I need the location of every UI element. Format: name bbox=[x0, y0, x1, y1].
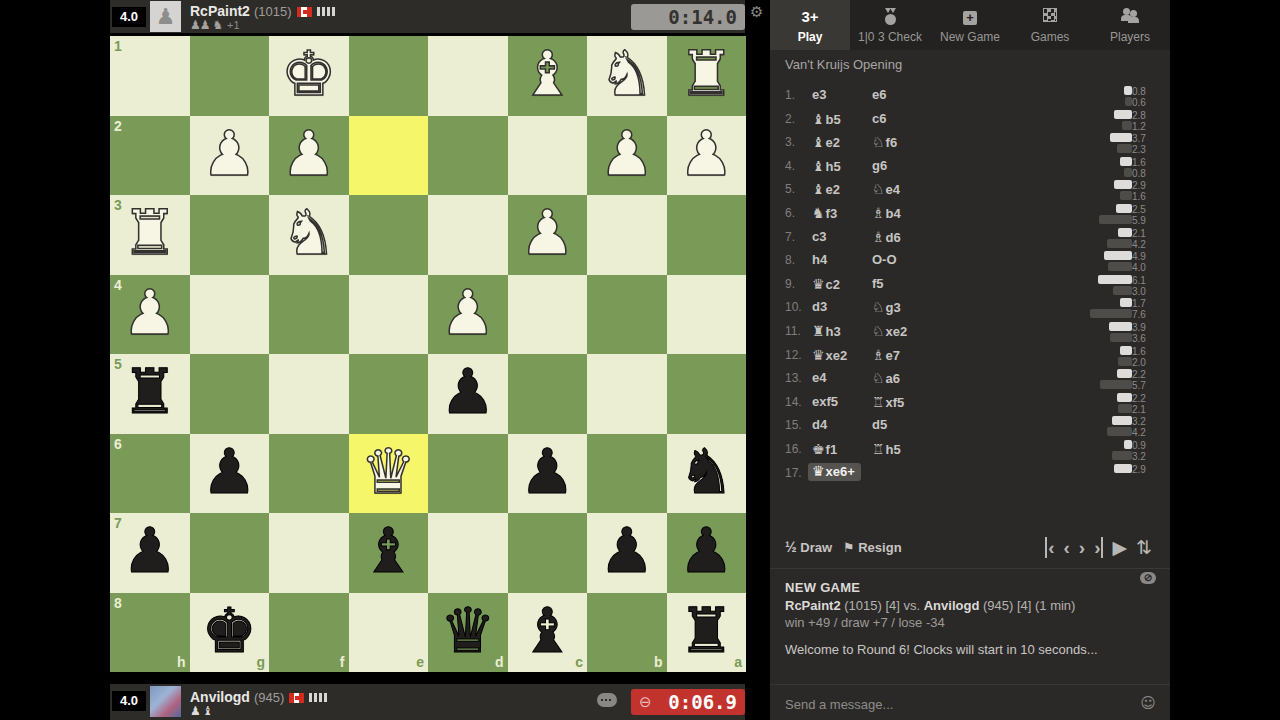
move-time-bar bbox=[1108, 262, 1132, 271]
square-e7[interactable]: ♝ bbox=[349, 513, 429, 593]
white-pawn-b2[interactable]: ♟ bbox=[587, 116, 667, 196]
square-f4[interactable] bbox=[269, 275, 349, 355]
black-move-16[interactable]: ♖h5 bbox=[872, 441, 901, 457]
square-h1[interactable]: 1 bbox=[110, 36, 190, 116]
move-row-13: 13.e4♘a62.25.7 bbox=[770, 367, 1170, 391]
move-time-bar bbox=[1104, 251, 1133, 260]
black-move-10[interactable]: ♘g3 bbox=[872, 299, 901, 315]
move-time-bar bbox=[1120, 346, 1132, 355]
white-move-3[interactable]: ♝e2 bbox=[812, 134, 840, 150]
top-player-avatar[interactable]: ♟ bbox=[150, 1, 181, 32]
black-move-1[interactable]: e6 bbox=[872, 87, 886, 102]
move-time-label: 0.9 bbox=[1132, 440, 1158, 451]
square-d1[interactable] bbox=[428, 36, 508, 116]
square-e8[interactable]: e bbox=[349, 593, 429, 673]
move-number: 16. bbox=[785, 442, 809, 456]
square-d3[interactable] bbox=[428, 195, 508, 275]
canada-flag-icon bbox=[289, 693, 304, 703]
square-g3[interactable] bbox=[190, 195, 270, 275]
move-time-label: 1.6 bbox=[1132, 191, 1158, 202]
move-time-bar bbox=[1100, 380, 1133, 389]
move-row-14: 14.exf5♖xf52.22.1 bbox=[770, 391, 1170, 415]
move-row-5: 5.♝e2♘e42.91.6 bbox=[770, 178, 1170, 202]
top-player-name[interactable]: RcPaint2 bbox=[190, 3, 250, 19]
checkerboard-icon bbox=[1010, 8, 1090, 28]
gear-icon[interactable]: ⚙ bbox=[750, 3, 763, 21]
square-f8[interactable]: f bbox=[269, 593, 349, 673]
move-time-label: 2.9 bbox=[1132, 180, 1158, 191]
move-row-12: 12.♛xe2♗e71.62.0 bbox=[770, 344, 1170, 368]
white-pawn-f2[interactable]: ♟ bbox=[269, 116, 349, 196]
square-a1[interactable]: ♜ bbox=[667, 36, 747, 116]
nav-cycle-icon[interactable]: ⇅ bbox=[1136, 536, 1152, 558]
black-queen-d8[interactable]: ♛ bbox=[428, 593, 508, 673]
move-time-label: 7.6 bbox=[1132, 309, 1158, 320]
white-move-9[interactable]: ♛c2 bbox=[812, 276, 840, 292]
move-number: 2. bbox=[785, 112, 809, 126]
square-g8[interactable]: g♚ bbox=[190, 593, 270, 673]
move-row-16: 16.♚f1♖h50.93.2 bbox=[770, 438, 1170, 462]
move-time-label: 4.2 bbox=[1132, 239, 1158, 250]
move-time-label: 3.2 bbox=[1132, 416, 1158, 427]
move-time-bar bbox=[1110, 333, 1132, 342]
top-player-clock: 0:14.0 bbox=[631, 4, 745, 30]
move-time-label: 2.3 bbox=[1132, 144, 1158, 155]
square-c2[interactable] bbox=[508, 116, 588, 196]
black-move-15[interactable]: d5 bbox=[872, 417, 887, 432]
move-time-bar bbox=[1113, 286, 1132, 295]
move-list: 1.e3e60.80.62.♝b5c62.81.23.♝e2♘f63.72.34… bbox=[770, 84, 1170, 485]
move-time-bar bbox=[1124, 168, 1132, 177]
move-number: 11. bbox=[785, 324, 809, 338]
square-e6[interactable]: ♛ bbox=[349, 434, 429, 514]
white-move-5[interactable]: ♝e2 bbox=[812, 181, 840, 197]
white-move-2[interactable]: ♝b5 bbox=[812, 111, 841, 127]
move-time-label: 3.2 bbox=[1132, 451, 1158, 462]
nav-last-icon[interactable]: › bbox=[1094, 537, 1103, 558]
move-time-bar bbox=[1112, 416, 1132, 425]
chat-welcome-message: Welcome to Round 6! Clocks will start in… bbox=[785, 642, 1155, 657]
move-row-9: 9.♛c2f56.13.0 bbox=[770, 273, 1170, 297]
black-move-13[interactable]: ♘a6 bbox=[872, 370, 900, 386]
bottom-player-name[interactable]: Anvilogd bbox=[190, 689, 250, 705]
square-e1[interactable] bbox=[349, 36, 429, 116]
square-g4[interactable] bbox=[190, 275, 270, 355]
file-label: e bbox=[416, 654, 424, 670]
black-knight-a6[interactable]: ♞ bbox=[667, 434, 747, 514]
square-b5[interactable] bbox=[587, 354, 667, 434]
chess-board[interactable]: 1♚♝♞♜2♟♟♟♟3♜♞♟4♟♟5♜♟6♟♛♟♞7♟♝♟♟8hg♚fed♛c♝… bbox=[110, 36, 746, 672]
move-time-label: 5.9 bbox=[1132, 215, 1158, 226]
black-move-8[interactable]: O-O bbox=[872, 252, 897, 267]
divider bbox=[770, 684, 1170, 685]
rank-label: 8 bbox=[114, 595, 122, 611]
chat-message-input[interactable]: Send a message... bbox=[785, 697, 1145, 712]
square-e4[interactable] bbox=[349, 275, 429, 355]
square-h2[interactable]: 2 bbox=[110, 116, 190, 196]
move-time-bar bbox=[1090, 309, 1132, 318]
square-b1[interactable]: ♞ bbox=[587, 36, 667, 116]
white-move-10[interactable]: d3 bbox=[812, 299, 827, 314]
move-time-label: 4.9 bbox=[1132, 251, 1158, 262]
tab-3check[interactable]: 1|0 3 Check bbox=[850, 0, 930, 50]
white-pawn-c3[interactable]: ♟ bbox=[508, 195, 588, 275]
white-queen-e6[interactable]: ♛ bbox=[349, 434, 429, 514]
square-f1[interactable]: ♚ bbox=[269, 36, 349, 116]
move-time-label: 2.0 bbox=[1132, 357, 1158, 368]
square-e2[interactable] bbox=[349, 116, 429, 196]
square-a5[interactable] bbox=[667, 354, 747, 434]
white-move-15[interactable]: d4 bbox=[812, 417, 827, 432]
square-d2[interactable] bbox=[428, 116, 508, 196]
resign-button[interactable]: ⚑ Resign bbox=[843, 540, 902, 555]
move-time-bar bbox=[1125, 97, 1132, 106]
move-time-bar bbox=[1124, 440, 1133, 449]
medal-icon bbox=[850, 8, 930, 28]
bottom-player-bar: Anvilogd(945) ♟ ♝ ⊖0:06.9 bbox=[110, 684, 745, 720]
square-g5[interactable] bbox=[190, 354, 270, 434]
move-time-label: 2.1 bbox=[1132, 404, 1158, 415]
square-b2[interactable]: ♟ bbox=[587, 116, 667, 196]
bottom-player-clock: ⊖0:06.9 bbox=[631, 689, 745, 715]
chat-bubble-icon[interactable] bbox=[597, 693, 617, 707]
white-move-4[interactable]: ♝h5 bbox=[812, 158, 841, 174]
new-game-header: NEW GAME bbox=[785, 580, 1155, 595]
low-time-icon: ⊖ bbox=[639, 689, 652, 715]
rating-odds-line: win +49 / draw +7 / lose -34 bbox=[785, 615, 1155, 630]
move-time-label: 2.8 bbox=[1132, 110, 1158, 121]
move-time-label: 0.8 bbox=[1132, 168, 1158, 179]
top-player-bar: ♟ RcPaint2(1015) ♟♟ ♞+1 0:14.0 bbox=[110, 0, 745, 33]
black-rook-h5[interactable]: ♜ bbox=[110, 354, 190, 434]
side-panel: 3+ Play 1|0 3 Check + New Game Games Pla… bbox=[770, 0, 1170, 720]
move-time-bar bbox=[1120, 191, 1132, 200]
white-move-16[interactable]: ♚f1 bbox=[812, 441, 837, 457]
move-number: 9. bbox=[785, 277, 809, 291]
square-h3[interactable]: 3♜ bbox=[110, 195, 190, 275]
white-move-1[interactable]: e3 bbox=[812, 87, 826, 102]
square-h6[interactable]: 6 bbox=[110, 434, 190, 514]
move-time-bar bbox=[1117, 393, 1132, 402]
white-knight-f3[interactable]: ♞ bbox=[269, 195, 349, 275]
white-move-6[interactable]: ♞f3 bbox=[812, 205, 837, 221]
black-pawn-h7[interactable]: ♟ bbox=[110, 513, 190, 593]
square-g7[interactable] bbox=[190, 513, 270, 593]
square-d6[interactable] bbox=[428, 434, 508, 514]
connection-signal-icon bbox=[317, 3, 337, 19]
move-number: 3. bbox=[785, 135, 809, 149]
white-bishop-c1[interactable]: ♝ bbox=[508, 36, 588, 116]
square-b3[interactable] bbox=[587, 195, 667, 275]
move-time-label: 1.6 bbox=[1132, 157, 1158, 168]
rank-label: 1 bbox=[114, 38, 122, 54]
nav-play-icon[interactable]: ▶ bbox=[1112, 536, 1127, 558]
square-d5[interactable]: ♟ bbox=[428, 354, 508, 434]
move-number: 12. bbox=[785, 348, 809, 362]
new-game-info: NEW GAME RcPaint2 (1015) [4] vs. Anvilog… bbox=[785, 580, 1155, 657]
rank-label: 6 bbox=[114, 436, 122, 452]
move-time-bar bbox=[1122, 121, 1132, 130]
move-time-label: 3.0 bbox=[1132, 286, 1158, 297]
black-move-2[interactable]: c6 bbox=[872, 111, 886, 126]
white-move-17[interactable]: ♛xe6+ bbox=[808, 463, 861, 481]
move-number: 4. bbox=[785, 159, 809, 173]
move-time-bar bbox=[1098, 275, 1133, 284]
top-captured-pieces: ♟♟ ♞+1 bbox=[190, 18, 240, 32]
white-king-f1[interactable]: ♚ bbox=[269, 36, 349, 116]
connection-signal-icon bbox=[309, 689, 329, 705]
top-player-rating: (1015) bbox=[254, 4, 292, 19]
players-icon bbox=[1090, 8, 1170, 28]
square-h7[interactable]: 7♟ bbox=[110, 513, 190, 593]
move-time-bar bbox=[1116, 204, 1133, 213]
black-pawn-a7[interactable]: ♟ bbox=[667, 513, 747, 593]
black-move-14[interactable]: ♖xf5 bbox=[872, 394, 904, 410]
square-a3[interactable] bbox=[667, 195, 747, 275]
black-move-9[interactable]: f5 bbox=[872, 276, 884, 291]
move-time-bar bbox=[1117, 144, 1133, 153]
square-c7[interactable] bbox=[508, 513, 588, 593]
opening-name: Van't Kruijs Opening bbox=[785, 57, 902, 72]
nav-first-icon[interactable]: ‹ bbox=[1045, 537, 1054, 558]
move-time-bar bbox=[1118, 357, 1132, 366]
draw-button[interactable]: ½ Draw bbox=[785, 540, 832, 555]
move-row-4: 4.♝h5g61.60.8 bbox=[770, 155, 1170, 179]
move-time-bar bbox=[1099, 215, 1133, 224]
tab-players[interactable]: Players bbox=[1090, 0, 1170, 50]
square-h4[interactable]: 4♟ bbox=[110, 275, 190, 355]
square-c8[interactable]: c♝ bbox=[508, 593, 588, 673]
move-number: 1. bbox=[785, 88, 809, 102]
square-c5[interactable] bbox=[508, 354, 588, 434]
move-time-bar bbox=[1114, 110, 1132, 119]
black-pawn-c6[interactable]: ♟ bbox=[508, 434, 588, 514]
move-time-label: 3.9 bbox=[1132, 322, 1158, 333]
move-number: 10. bbox=[785, 300, 809, 314]
tab-bar: 3+ Play 1|0 3 Check + New Game Games Pla… bbox=[770, 0, 1170, 50]
square-d4[interactable]: ♟ bbox=[428, 275, 508, 355]
move-time-bar bbox=[1109, 322, 1133, 331]
move-number: 17. bbox=[785, 466, 809, 480]
nav-prev-icon[interactable]: ‹ bbox=[1063, 537, 1069, 558]
move-time-label: 2.5 bbox=[1132, 204, 1158, 215]
move-time-bar bbox=[1117, 369, 1132, 378]
move-row-11: 11.♜h3♘xe23.93.6 bbox=[770, 320, 1170, 344]
square-h8[interactable]: 8h bbox=[110, 593, 190, 673]
canada-flag-icon bbox=[297, 7, 312, 17]
square-f5[interactable] bbox=[269, 354, 349, 434]
move-time-label: 3.7 bbox=[1132, 133, 1158, 144]
square-g2[interactable]: ♟ bbox=[190, 116, 270, 196]
plus-square-icon: + bbox=[930, 8, 1010, 28]
move-row-10: 10.d3♘g31.77.6 bbox=[770, 296, 1170, 320]
white-move-7[interactable]: c3 bbox=[812, 229, 826, 244]
black-move-6[interactable]: ♗b4 bbox=[872, 205, 901, 221]
move-time-label: 1.6 bbox=[1132, 346, 1158, 357]
square-h5[interactable]: 5♜ bbox=[110, 354, 190, 434]
move-time-bar bbox=[1118, 228, 1133, 237]
move-row-2: 2.♝b5c62.81.2 bbox=[770, 108, 1170, 132]
white-pawn-a2[interactable]: ♟ bbox=[667, 116, 747, 196]
nav-next-icon[interactable]: › bbox=[1079, 537, 1085, 558]
move-row-15: 15.d4d53.24.2 bbox=[770, 414, 1170, 438]
move-time-label: 6.1 bbox=[1132, 275, 1158, 286]
white-move-8[interactable]: h4 bbox=[812, 252, 827, 267]
square-d7[interactable] bbox=[428, 513, 508, 593]
white-pawn-d4[interactable]: ♟ bbox=[428, 275, 508, 355]
square-b8[interactable]: b bbox=[587, 593, 667, 673]
white-rook-h3[interactable]: ♜ bbox=[110, 195, 190, 275]
move-time-bar bbox=[1110, 133, 1133, 142]
square-b7[interactable]: ♟ bbox=[587, 513, 667, 593]
black-move-12[interactable]: ♗e7 bbox=[872, 347, 900, 363]
move-number: 14. bbox=[785, 395, 809, 409]
move-time-bar bbox=[1107, 239, 1132, 248]
move-row-3: 3.♝e2♘f63.72.3 bbox=[770, 131, 1170, 155]
move-row-17: 17.♛xe6+2.9 bbox=[770, 462, 1170, 486]
white-move-13[interactable]: e4 bbox=[812, 370, 826, 385]
emoji-icon[interactable]: ☺ bbox=[1140, 694, 1156, 712]
move-time-label: 2.1 bbox=[1132, 228, 1158, 239]
black-rook-a8[interactable]: ♜ bbox=[667, 593, 747, 673]
square-b4[interactable] bbox=[587, 275, 667, 355]
square-a2[interactable]: ♟ bbox=[667, 116, 747, 196]
bottom-captured-pieces: ♟ ♝ bbox=[190, 704, 212, 718]
black-move-3[interactable]: ♘f6 bbox=[872, 134, 897, 150]
matchup-line: RcPaint2 (1015) [4] vs. Anvilogd (945) [… bbox=[785, 598, 1155, 613]
black-bishop-c8[interactable]: ♝ bbox=[508, 593, 588, 673]
move-number: 6. bbox=[785, 206, 809, 220]
square-b6[interactable] bbox=[587, 434, 667, 514]
black-move-5[interactable]: ♘e4 bbox=[872, 181, 900, 197]
move-time-bar bbox=[1124, 86, 1132, 95]
move-time-bar bbox=[1120, 298, 1133, 307]
square-e5[interactable] bbox=[349, 354, 429, 434]
game-controls: ½ Draw ⚑ Resign ‹‹››▶⇅ bbox=[770, 536, 1170, 562]
black-move-7[interactable]: ♗d6 bbox=[872, 229, 901, 245]
black-pawn-b7[interactable]: ♟ bbox=[587, 513, 667, 593]
rank-label: 2 bbox=[114, 118, 122, 134]
top-score-badge: 4.0 bbox=[112, 7, 146, 27]
file-label: b bbox=[654, 654, 663, 670]
white-rook-a1[interactable]: ♜ bbox=[667, 36, 747, 116]
square-g1[interactable] bbox=[190, 36, 270, 116]
square-a4[interactable] bbox=[667, 275, 747, 355]
move-number: 13. bbox=[785, 371, 809, 385]
bottom-player-rating: (945) bbox=[254, 690, 284, 705]
white-move-11[interactable]: ♜h3 bbox=[812, 323, 841, 339]
square-c1[interactable]: ♝ bbox=[508, 36, 588, 116]
move-time-bar bbox=[1112, 451, 1132, 460]
move-time-label: 1.2 bbox=[1132, 121, 1158, 132]
black-pawn-d5[interactable]: ♟ bbox=[428, 354, 508, 434]
white-move-12[interactable]: ♛xe2 bbox=[812, 347, 847, 363]
move-time-label: 0.8 bbox=[1132, 86, 1158, 97]
move-time-label: 2.2 bbox=[1132, 393, 1158, 404]
move-time-label: 4.0 bbox=[1132, 262, 1158, 273]
square-c3[interactable]: ♟ bbox=[508, 195, 588, 275]
square-c4[interactable] bbox=[508, 275, 588, 355]
white-knight-b1[interactable]: ♞ bbox=[587, 36, 667, 116]
white-pawn-h4[interactable]: ♟ bbox=[110, 275, 190, 355]
move-time-label: 1.7 bbox=[1132, 298, 1158, 309]
white-move-14[interactable]: exf5 bbox=[812, 394, 838, 409]
tab-new-game[interactable]: + New Game bbox=[930, 0, 1010, 50]
square-a7[interactable]: ♟ bbox=[667, 513, 747, 593]
square-g6[interactable]: ♟ bbox=[190, 434, 270, 514]
move-time-label: 0.6 bbox=[1132, 97, 1158, 108]
white-pawn-g2[interactable]: ♟ bbox=[190, 116, 270, 196]
file-label: h bbox=[177, 654, 186, 670]
move-time-bar bbox=[1114, 464, 1133, 473]
file-label: f bbox=[340, 654, 345, 670]
three-plus-icon: 3+ bbox=[770, 8, 850, 28]
square-f6[interactable] bbox=[269, 434, 349, 514]
move-time-bar bbox=[1120, 157, 1132, 166]
move-time-label: 5.7 bbox=[1132, 380, 1158, 391]
black-move-4[interactable]: g6 bbox=[872, 158, 887, 173]
black-pawn-g6[interactable]: ♟ bbox=[190, 434, 270, 514]
move-time-bar bbox=[1114, 180, 1133, 189]
tab-games[interactable]: Games bbox=[1010, 0, 1090, 50]
black-move-11[interactable]: ♘xe2 bbox=[872, 323, 907, 339]
square-d8[interactable]: d♛ bbox=[428, 593, 508, 673]
move-row-8: 8.h4O-O4.94.0 bbox=[770, 249, 1170, 273]
square-c6[interactable]: ♟ bbox=[508, 434, 588, 514]
move-number: 5. bbox=[785, 182, 809, 196]
move-row-6: 6.♞f3♗b42.55.9 bbox=[770, 202, 1170, 226]
move-time-label: 2.9 bbox=[1132, 464, 1158, 475]
move-row-7: 7.c3♗d62.14.2 bbox=[770, 226, 1170, 250]
chat-mute-icon[interactable]: ⊘ bbox=[1140, 572, 1156, 584]
bottom-score-badge: 4.0 bbox=[112, 691, 146, 711]
move-number: 7. bbox=[785, 230, 809, 244]
bottom-player-avatar[interactable] bbox=[150, 686, 181, 717]
move-time-label: 4.2 bbox=[1132, 427, 1158, 438]
move-row-1: 1.e3e60.80.6 bbox=[770, 84, 1170, 108]
divider bbox=[770, 568, 1170, 569]
square-f3[interactable]: ♞ bbox=[269, 195, 349, 275]
square-e3[interactable] bbox=[349, 195, 429, 275]
move-number: 15. bbox=[785, 418, 809, 432]
move-time-label: 2.2 bbox=[1132, 369, 1158, 380]
black-king-g8[interactable]: ♚ bbox=[190, 593, 270, 673]
move-time-bar bbox=[1107, 427, 1132, 436]
square-a6[interactable]: ♞ bbox=[667, 434, 747, 514]
tab-play[interactable]: 3+ Play bbox=[770, 0, 850, 50]
move-number: 8. bbox=[785, 253, 809, 267]
move-time-bar bbox=[1118, 404, 1133, 413]
square-f7[interactable] bbox=[269, 513, 349, 593]
move-time-label: 3.6 bbox=[1132, 333, 1158, 344]
square-f2[interactable]: ♟ bbox=[269, 116, 349, 196]
square-a8[interactable]: a♜ bbox=[667, 593, 747, 673]
black-bishop-e7[interactable]: ♝ bbox=[349, 513, 429, 593]
